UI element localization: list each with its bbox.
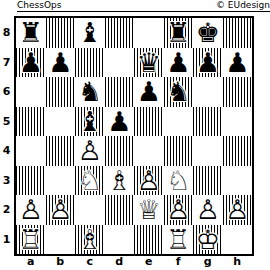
piece-halo: ♟: [193, 48, 223, 78]
square-c7: [75, 48, 105, 78]
piece-white-pawn: ♙: [134, 166, 164, 196]
square-b5: [46, 107, 76, 137]
piece-halo: ♛: [134, 195, 164, 225]
square-d2: [105, 195, 135, 225]
piece-white-pawn: ♙: [75, 136, 105, 166]
piece-black-rook: ♜: [164, 18, 194, 48]
square-e5: [134, 107, 164, 137]
square-h6: [223, 77, 253, 107]
square-a6: [16, 77, 46, 107]
chess-board: ♜♜♝♝♜♜♚♚♟♟♟♟♛♛♟♟♟♟♟♟♞♞♟♟♞♞♝♝♟♟♟♙♞♘♝♗♟♙♞♘…: [14, 16, 254, 256]
square-d6: [105, 77, 135, 107]
square-b3: [46, 166, 76, 196]
piece-white-bishop: ♗: [105, 166, 135, 196]
rank-label-3: 3: [0, 166, 13, 196]
square-d5: ♟♟: [105, 107, 135, 137]
square-b7: ♟♟: [46, 48, 76, 78]
piece-halo: ♝: [75, 18, 105, 48]
piece-halo: ♜: [16, 18, 46, 48]
piece-halo: ♟: [193, 195, 223, 225]
square-e6: ♟♟: [134, 77, 164, 107]
square-h1: [223, 225, 253, 255]
piece-white-pawn: ♙: [16, 195, 46, 225]
piece-halo: ♟: [223, 48, 253, 78]
file-label-b: b: [46, 255, 76, 268]
square-d3: ♝♗: [105, 166, 135, 196]
square-c6: ♞♞: [75, 77, 105, 107]
piece-white-knight: ♘: [164, 166, 194, 196]
file-label-c: c: [75, 255, 105, 268]
piece-black-knight: ♞: [75, 77, 105, 107]
square-d1: [105, 225, 135, 255]
square-f8: ♜♜: [164, 18, 194, 48]
piece-black-pawn: ♟: [164, 48, 194, 78]
file-labels: abcdefgh: [16, 255, 252, 268]
piece-halo: ♞: [164, 77, 194, 107]
rank-label-8: 8: [0, 18, 13, 48]
square-e1: [134, 225, 164, 255]
piece-black-pawn: ♟: [105, 107, 135, 137]
square-e3: ♟♙: [134, 166, 164, 196]
piece-halo: ♟: [164, 48, 194, 78]
piece-white-pawn: ♙: [223, 195, 253, 225]
square-a7: ♟♟: [16, 48, 46, 78]
piece-halo: ♟: [105, 107, 135, 137]
piece-black-bishop: ♝: [75, 107, 105, 137]
square-a8: ♜♜: [16, 18, 46, 48]
piece-halo: ♟: [46, 195, 76, 225]
piece-white-pawn: ♙: [193, 195, 223, 225]
piece-black-pawn: ♟: [46, 48, 76, 78]
rank-label-6: 6: [0, 77, 13, 107]
file-label-d: d: [105, 255, 135, 268]
piece-black-pawn: ♟: [16, 48, 46, 78]
piece-halo: ♟: [134, 166, 164, 196]
chess-diagram: ChessOps © EUdesign 87654321 ♜♜♝♝♜♜♚♚♟♟♟…: [0, 0, 270, 270]
square-a3: [16, 166, 46, 196]
file-label-a: a: [16, 255, 46, 268]
piece-black-queen: ♛: [134, 48, 164, 78]
square-c3: ♞♘: [75, 166, 105, 196]
square-g1: ♚♔: [193, 225, 223, 255]
piece-black-pawn: ♟: [193, 48, 223, 78]
square-d7: [105, 48, 135, 78]
square-h3: [223, 166, 253, 196]
square-g3: [193, 166, 223, 196]
piece-black-king: ♚: [193, 18, 223, 48]
piece-halo: ♞: [75, 77, 105, 107]
piece-halo: ♚: [193, 18, 223, 48]
square-g8: ♚♚: [193, 18, 223, 48]
square-f6: ♞♞: [164, 77, 194, 107]
piece-halo: ♞: [164, 166, 194, 196]
piece-white-queen: ♕: [134, 195, 164, 225]
rank-labels: 87654321: [0, 18, 13, 254]
square-a5: [16, 107, 46, 137]
square-d4: [105, 136, 135, 166]
square-a2: ♟♙: [16, 195, 46, 225]
rank-label-7: 7: [0, 48, 13, 78]
square-b4: [46, 136, 76, 166]
piece-halo: ♟: [164, 195, 194, 225]
piece-black-pawn: ♟: [134, 77, 164, 107]
square-g7: ♟♟: [193, 48, 223, 78]
piece-white-king: ♔: [193, 225, 223, 255]
file-label-f: f: [164, 255, 194, 268]
piece-halo: ♜: [164, 225, 194, 255]
piece-white-pawn: ♙: [164, 195, 194, 225]
piece-halo: ♛: [134, 48, 164, 78]
square-c2: [75, 195, 105, 225]
square-e4: [134, 136, 164, 166]
square-c4: ♟♙: [75, 136, 105, 166]
rank-label-4: 4: [0, 136, 13, 166]
piece-white-rook: ♖: [164, 225, 194, 255]
square-f7: ♟♟: [164, 48, 194, 78]
file-label-h: h: [223, 255, 253, 268]
square-h2: ♟♙: [223, 195, 253, 225]
piece-black-knight: ♞: [164, 77, 194, 107]
square-g5: [193, 107, 223, 137]
square-a1: ♜♖: [16, 225, 46, 255]
file-label-e: e: [134, 255, 164, 268]
piece-halo: ♟: [16, 195, 46, 225]
square-c5: ♝♝: [75, 107, 105, 137]
square-h5: [223, 107, 253, 137]
square-g2: ♟♙: [193, 195, 223, 225]
square-c1: ♝♗: [75, 225, 105, 255]
piece-white-rook: ♖: [16, 225, 46, 255]
square-c8: ♝♝: [75, 18, 105, 48]
piece-black-pawn: ♟: [223, 48, 253, 78]
piece-halo: ♜: [164, 18, 194, 48]
piece-halo: ♝: [105, 166, 135, 196]
square-h8: [223, 18, 253, 48]
piece-halo: ♚: [193, 225, 223, 255]
piece-halo: ♝: [75, 107, 105, 137]
chessops-link[interactable]: ChessOps: [17, 0, 61, 10]
header: ChessOps © EUdesign: [17, 0, 270, 12]
square-f4: [164, 136, 194, 166]
piece-black-rook: ♜: [16, 18, 46, 48]
piece-black-bishop: ♝: [75, 18, 105, 48]
square-b1: [46, 225, 76, 255]
square-e8: [134, 18, 164, 48]
credit-label: © EUdesign: [216, 0, 270, 10]
square-f3: ♞♘: [164, 166, 194, 196]
rank-label-2: 2: [0, 195, 13, 225]
square-e7: ♛♛: [134, 48, 164, 78]
square-f2: ♟♙: [164, 195, 194, 225]
rank-label-5: 5: [0, 107, 13, 137]
piece-halo: ♟: [75, 136, 105, 166]
square-b8: [46, 18, 76, 48]
piece-halo: ♟: [223, 195, 253, 225]
square-h7: ♟♟: [223, 48, 253, 78]
piece-halo: ♝: [75, 225, 105, 255]
square-g6: [193, 77, 223, 107]
rank-label-1: 1: [0, 225, 13, 255]
square-g4: [193, 136, 223, 166]
square-b6: [46, 77, 76, 107]
square-h4: [223, 136, 253, 166]
piece-white-pawn: ♙: [46, 195, 76, 225]
square-d8: [105, 18, 135, 48]
square-a4: [16, 136, 46, 166]
square-f5: [164, 107, 194, 137]
piece-white-knight: ♘: [75, 166, 105, 196]
piece-halo: ♟: [16, 48, 46, 78]
piece-halo: ♟: [134, 77, 164, 107]
piece-halo: ♟: [46, 48, 76, 78]
square-b2: ♟♙: [46, 195, 76, 225]
square-e2: ♛♕: [134, 195, 164, 225]
square-f1: ♜♖: [164, 225, 194, 255]
piece-halo: ♜: [16, 225, 46, 255]
piece-halo: ♞: [75, 166, 105, 196]
file-label-g: g: [193, 255, 223, 268]
piece-white-bishop: ♗: [75, 225, 105, 255]
